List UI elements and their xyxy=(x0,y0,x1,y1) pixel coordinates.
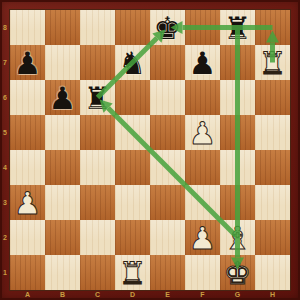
square-b5[interactable] xyxy=(45,115,80,150)
square-f3[interactable] xyxy=(185,185,220,220)
square-b1[interactable] xyxy=(45,255,80,290)
square-a2[interactable] xyxy=(10,220,45,255)
square-d6[interactable] xyxy=(115,80,150,115)
square-e3[interactable] xyxy=(150,185,185,220)
file-label-h: H xyxy=(255,290,290,300)
square-d2[interactable] xyxy=(115,220,150,255)
square-b7[interactable] xyxy=(45,45,80,80)
file-label-d: D xyxy=(115,290,150,300)
square-c2[interactable] xyxy=(80,220,115,255)
square-b2[interactable] xyxy=(45,220,80,255)
square-c1[interactable] xyxy=(80,255,115,290)
square-d3[interactable] xyxy=(115,185,150,220)
square-f6[interactable] xyxy=(185,80,220,115)
white-bishop[interactable]: ♝ xyxy=(220,220,255,255)
file-label-e: E xyxy=(150,290,185,300)
square-d4[interactable] xyxy=(115,150,150,185)
rank-label-2: 2 xyxy=(0,220,10,255)
square-h5[interactable] xyxy=(255,115,290,150)
white-pawn[interactable]: ♟ xyxy=(185,220,220,255)
white-pawn[interactable]: ♟ xyxy=(10,185,45,220)
square-a5[interactable] xyxy=(10,115,45,150)
file-label-c: C xyxy=(80,290,115,300)
square-e4[interactable] xyxy=(150,150,185,185)
rank-label-5: 5 xyxy=(0,115,10,150)
square-g7[interactable] xyxy=(220,45,255,80)
white-pawn[interactable]: ♟ xyxy=(185,115,220,150)
black-pawn[interactable]: ♟ xyxy=(10,45,45,80)
rank-label-7: 7 xyxy=(0,45,10,80)
rank-label-6: 6 xyxy=(0,80,10,115)
file-label-f: F xyxy=(185,290,220,300)
square-e1[interactable] xyxy=(150,255,185,290)
white-rook[interactable]: ♜ xyxy=(115,255,150,290)
white-rook[interactable]: ♜ xyxy=(255,45,290,80)
square-e6[interactable] xyxy=(150,80,185,115)
square-a1[interactable] xyxy=(10,255,45,290)
black-rook[interactable]: ♜ xyxy=(220,10,255,45)
file-label-a: A xyxy=(10,290,45,300)
square-g5[interactable] xyxy=(220,115,255,150)
square-a8[interactable] xyxy=(10,10,45,45)
square-f8[interactable] xyxy=(185,10,220,45)
square-c4[interactable] xyxy=(80,150,115,185)
square-b3[interactable] xyxy=(45,185,80,220)
square-h8[interactable] xyxy=(255,10,290,45)
white-king[interactable]: ♚ xyxy=(220,255,255,290)
black-pawn[interactable]: ♟ xyxy=(45,80,80,115)
square-d5[interactable] xyxy=(115,115,150,150)
square-h4[interactable] xyxy=(255,150,290,185)
square-f4[interactable] xyxy=(185,150,220,185)
square-a6[interactable] xyxy=(10,80,45,115)
square-b8[interactable] xyxy=(45,10,80,45)
square-e5[interactable] xyxy=(150,115,185,150)
square-g3[interactable] xyxy=(220,185,255,220)
square-h1[interactable] xyxy=(255,255,290,290)
rank-label-4: 4 xyxy=(0,150,10,185)
square-d8[interactable] xyxy=(115,10,150,45)
square-e2[interactable] xyxy=(150,220,185,255)
square-f1[interactable] xyxy=(185,255,220,290)
file-label-g: G xyxy=(220,290,255,300)
square-e7[interactable] xyxy=(150,45,185,80)
black-rook[interactable]: ♜ xyxy=(80,80,115,115)
rank-label-3: 3 xyxy=(0,185,10,220)
rank-label-1: 1 xyxy=(0,255,10,290)
file-label-b: B xyxy=(45,290,80,300)
square-h2[interactable] xyxy=(255,220,290,255)
square-h6[interactable] xyxy=(255,80,290,115)
board-frame: 87654321 ABCDEFGH ♚♜♟♞♟♜♟♜♟♟♟♝♜♚ xyxy=(0,0,300,300)
black-pawn[interactable]: ♟ xyxy=(185,45,220,80)
square-c8[interactable] xyxy=(80,10,115,45)
square-c7[interactable] xyxy=(80,45,115,80)
square-g6[interactable] xyxy=(220,80,255,115)
square-a4[interactable] xyxy=(10,150,45,185)
square-c3[interactable] xyxy=(80,185,115,220)
rank-label-8: 8 xyxy=(0,10,10,45)
square-b4[interactable] xyxy=(45,150,80,185)
black-knight[interactable]: ♞ xyxy=(115,45,150,80)
square-g4[interactable] xyxy=(220,150,255,185)
black-king[interactable]: ♚ xyxy=(150,10,185,45)
square-c5[interactable] xyxy=(80,115,115,150)
square-h3[interactable] xyxy=(255,185,290,220)
